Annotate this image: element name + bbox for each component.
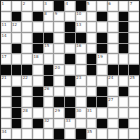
white-cell-5-9[interactable]: 19 — [97, 54, 107, 64]
black-cell-6-0 — [1, 65, 11, 75]
clue-number-24: 24 — [108, 75, 113, 80]
black-cell-3-7 — [76, 33, 86, 43]
white-cell-3-2[interactable] — [22, 33, 32, 43]
white-cell-6-7[interactable] — [76, 65, 86, 75]
white-cell-8-0[interactable] — [1, 87, 11, 97]
clue-number-33: 33 — [66, 118, 71, 123]
white-cell-8-5[interactable] — [54, 87, 64, 97]
black-cell-0-5 — [54, 1, 64, 11]
black-cell-6-2 — [22, 65, 32, 75]
white-cell-3-10[interactable] — [108, 33, 118, 43]
black-cell-4-3 — [33, 44, 43, 54]
white-cell-2-7[interactable]: 13 — [76, 22, 86, 32]
black-cell-0-7 — [76, 1, 86, 11]
black-cell-8-9 — [97, 87, 107, 97]
white-cell-4-8[interactable] — [87, 44, 97, 54]
black-cell-4-9 — [97, 44, 107, 54]
white-cell-0-12[interactable]: 7 — [129, 1, 139, 11]
black-cell-10-6 — [65, 108, 75, 118]
white-cell-5-7[interactable] — [76, 54, 86, 64]
black-cell-9-1 — [12, 97, 22, 107]
white-cell-2-5[interactable] — [54, 22, 64, 32]
black-cell-10-1 — [12, 108, 22, 118]
black-cell-4-11 — [119, 44, 129, 54]
black-cell-2-11 — [119, 22, 129, 32]
clue-number-6: 6 — [108, 1, 111, 6]
white-cell-6-5[interactable]: 20 — [54, 65, 64, 75]
clue-number-29: 29 — [55, 108, 60, 113]
black-cell-7-6 — [65, 76, 75, 86]
black-cell-1-3 — [33, 12, 43, 22]
white-cell-12-4[interactable] — [44, 129, 54, 139]
white-cell-9-10[interactable]: 27 — [108, 97, 118, 107]
clue-number-20: 20 — [55, 65, 60, 70]
white-cell-1-5[interactable]: 9 — [54, 12, 64, 22]
black-cell-9-9 — [97, 97, 107, 107]
clue-number-12: 12 — [12, 22, 17, 27]
white-cell-9-7[interactable] — [76, 97, 86, 107]
white-cell-9-4[interactable] — [44, 97, 54, 107]
white-cell-0-1[interactable] — [12, 1, 22, 11]
white-cell-11-5[interactable] — [54, 119, 64, 129]
white-cell-6-6[interactable] — [65, 65, 75, 75]
crossword-board: 1234567891011121314151617181920212223242… — [0, 0, 140, 140]
white-cell-3-12[interactable] — [129, 33, 139, 43]
clue-number-27: 27 — [108, 97, 113, 102]
white-cell-1-6[interactable] — [65, 12, 75, 22]
white-cell-5-1[interactable] — [12, 54, 22, 64]
white-cell-10-11[interactable] — [119, 108, 129, 118]
clue-number-35: 35 — [87, 129, 92, 134]
white-cell-10-4[interactable] — [44, 108, 54, 118]
white-cell-2-4[interactable] — [44, 22, 54, 32]
white-cell-7-5[interactable] — [54, 76, 64, 86]
black-cell-3-9 — [97, 33, 107, 43]
white-cell-7-0[interactable]: 21 — [1, 76, 11, 86]
black-cell-5-6 — [65, 54, 75, 64]
white-cell-9-0[interactable] — [1, 97, 11, 107]
white-cell-11-4[interactable]: 32 — [44, 119, 54, 129]
clue-number-2: 2 — [23, 1, 26, 6]
white-cell-9-12[interactable] — [129, 97, 139, 107]
white-cell-6-3[interactable] — [33, 65, 43, 75]
black-cell-12-5 — [54, 129, 64, 139]
clue-number-34: 34 — [1, 129, 6, 134]
black-cell-8-11 — [119, 87, 129, 97]
clue-number-26: 26 — [44, 86, 49, 91]
white-cell-2-3[interactable] — [33, 22, 43, 32]
black-cell-9-6 — [65, 97, 75, 107]
white-cell-2-10[interactable] — [108, 22, 118, 32]
white-cell-11-6[interactable]: 33 — [65, 119, 75, 129]
white-cell-12-3[interactable] — [33, 129, 43, 139]
white-cell-0-10[interactable]: 6 — [108, 1, 118, 11]
white-cell-5-11[interactable] — [119, 54, 129, 64]
white-cell-5-2[interactable] — [22, 54, 32, 64]
white-cell-1-4[interactable]: 8 — [44, 12, 54, 22]
white-cell-4-5[interactable] — [54, 44, 64, 54]
white-cell-8-4[interactable]: 26 — [44, 87, 54, 97]
white-cell-5-12[interactable] — [129, 54, 139, 64]
white-cell-7-2[interactable]: 22 — [22, 76, 32, 86]
black-cell-8-3 — [33, 87, 43, 97]
black-cell-7-4 — [44, 76, 54, 86]
white-cell-7-8[interactable] — [87, 76, 97, 86]
white-cell-0-0[interactable]: 1 — [1, 1, 11, 11]
black-cell-3-4 — [44, 33, 54, 43]
white-cell-12-9[interactable] — [97, 129, 107, 139]
white-cell-1-12[interactable] — [129, 12, 139, 22]
white-cell-2-2[interactable] — [22, 22, 32, 32]
crossword-puzzle: 1234567891011121314151617181920212223242… — [0, 0, 140, 140]
white-cell-1-2[interactable] — [22, 12, 32, 22]
black-cell-2-6 — [65, 22, 75, 32]
clue-number-23: 23 — [76, 75, 81, 80]
black-cell-6-4 — [44, 65, 54, 75]
white-cell-4-4[interactable]: 15 — [44, 44, 54, 54]
white-cell-2-8[interactable] — [87, 22, 97, 32]
clue-number-14: 14 — [1, 33, 6, 38]
black-cell-3-11 — [119, 33, 129, 43]
white-cell-1-8[interactable] — [87, 12, 97, 22]
white-cell-1-7[interactable]: 10 — [76, 12, 86, 22]
white-cell-2-12[interactable] — [129, 22, 139, 32]
black-cell-8-1 — [12, 87, 22, 97]
black-cell-9-8 — [87, 97, 97, 107]
black-cell-6-8 — [87, 65, 97, 75]
black-cell-4-1 — [12, 44, 22, 54]
white-cell-8-10[interactable] — [108, 87, 118, 97]
white-cell-2-1[interactable]: 12 — [12, 22, 22, 32]
black-cell-11-3 — [33, 119, 43, 129]
clue-number-32: 32 — [44, 118, 49, 123]
white-cell-11-8[interactable] — [87, 119, 97, 129]
black-cell-1-9 — [97, 12, 107, 22]
white-cell-12-12[interactable] — [129, 129, 139, 139]
white-cell-7-1[interactable] — [12, 76, 22, 86]
white-cell-12-0[interactable]: 34 — [1, 129, 11, 139]
white-cell-0-3[interactable] — [33, 1, 43, 11]
black-cell-5-8 — [87, 54, 97, 64]
white-cell-7-12[interactable]: 25 — [129, 76, 139, 86]
white-cell-4-0[interactable] — [1, 44, 11, 54]
white-cell-11-0[interactable] — [1, 119, 11, 129]
white-cell-3-1[interactable] — [12, 33, 22, 43]
white-cell-5-3[interactable]: 18 — [33, 54, 43, 64]
white-cell-11-10[interactable] — [108, 119, 118, 129]
white-cell-12-2[interactable] — [22, 129, 32, 139]
white-cell-1-10[interactable] — [108, 12, 118, 22]
white-cell-12-8[interactable]: 35 — [87, 129, 97, 139]
white-cell-7-10[interactable]: 24 — [108, 76, 118, 86]
white-cell-7-11[interactable] — [119, 76, 129, 86]
clue-number-21: 21 — [1, 75, 6, 80]
clue-number-17: 17 — [1, 54, 6, 59]
black-cell-6-11 — [119, 65, 129, 75]
white-cell-8-12[interactable] — [129, 87, 139, 97]
black-cell-3-3 — [33, 33, 43, 43]
white-cell-0-6[interactable]: 4 — [65, 1, 75, 11]
white-cell-10-12[interactable] — [129, 108, 139, 118]
white-cell-11-12[interactable] — [129, 119, 139, 129]
white-cell-5-4[interactable] — [44, 54, 54, 64]
clue-number-18: 18 — [33, 54, 38, 59]
white-cell-4-10[interactable] — [108, 44, 118, 54]
black-cell-3-6 — [65, 33, 75, 43]
white-cell-6-9[interactable] — [97, 65, 107, 75]
clue-number-9: 9 — [55, 11, 58, 16]
white-cell-0-8[interactable]: 5 — [87, 1, 97, 11]
white-cell-3-0[interactable]: 14 — [1, 33, 11, 43]
black-cell-1-11 — [119, 12, 129, 22]
white-cell-9-2[interactable] — [22, 97, 32, 107]
clue-number-11: 11 — [1, 22, 6, 27]
clue-number-8: 8 — [44, 11, 47, 16]
clue-number-25: 25 — [130, 75, 135, 80]
white-cell-0-4[interactable]: 3 — [44, 1, 54, 11]
clue-number-15: 15 — [44, 43, 49, 48]
white-cell-10-5[interactable]: 29 — [54, 108, 64, 118]
white-cell-5-0[interactable]: 17 — [1, 54, 11, 64]
white-cell-10-8[interactable]: 31 — [87, 108, 97, 118]
white-cell-0-9[interactable] — [97, 1, 107, 11]
white-cell-4-6[interactable] — [65, 44, 75, 54]
white-cell-1-0[interactable] — [1, 12, 11, 22]
white-cell-12-11[interactable] — [119, 129, 129, 139]
clue-number-30: 30 — [76, 108, 81, 113]
clue-number-5: 5 — [87, 1, 90, 6]
white-cell-9-11[interactable] — [119, 97, 129, 107]
clue-number-22: 22 — [23, 75, 28, 80]
white-cell-10-9[interactable] — [97, 108, 107, 118]
clue-number-4: 4 — [66, 1, 69, 6]
white-cell-0-2[interactable]: 2 — [22, 1, 32, 11]
clue-number-1: 1 — [1, 1, 4, 6]
white-cell-12-1[interactable] — [12, 129, 22, 139]
white-cell-11-7[interactable] — [76, 119, 86, 129]
white-cell-10-10[interactable] — [108, 108, 118, 118]
white-cell-3-8[interactable] — [87, 33, 97, 43]
black-cell-11-9 — [97, 119, 107, 129]
black-cell-9-3 — [33, 97, 43, 107]
white-cell-2-0[interactable]: 11 — [1, 22, 11, 32]
white-cell-5-10[interactable] — [108, 54, 118, 64]
black-cell-12-7 — [76, 129, 86, 139]
white-cell-7-9[interactable] — [97, 76, 107, 86]
white-cell-8-7[interactable] — [76, 87, 86, 97]
white-cell-10-2[interactable]: 28 — [22, 108, 32, 118]
white-cell-12-10[interactable] — [108, 129, 118, 139]
clue-number-28: 28 — [23, 108, 28, 113]
black-cell-6-10 — [108, 65, 118, 75]
clue-number-10: 10 — [76, 11, 81, 16]
white-cell-11-2[interactable] — [22, 119, 32, 129]
white-cell-4-7[interactable]: 16 — [76, 44, 86, 54]
white-cell-10-0[interactable] — [1, 108, 11, 118]
white-cell-0-11[interactable] — [119, 1, 129, 11]
white-cell-4-2[interactable] — [22, 44, 32, 54]
white-cell-10-7[interactable]: 30 — [76, 108, 86, 118]
white-cell-5-5[interactable] — [54, 54, 64, 64]
black-cell-1-1 — [12, 12, 22, 22]
white-cell-7-7[interactable]: 23 — [76, 76, 86, 86]
white-cell-8-6[interactable] — [65, 87, 75, 97]
clue-number-16: 16 — [76, 43, 81, 48]
black-cell-9-5 — [54, 97, 64, 107]
white-cell-4-12[interactable] — [129, 44, 139, 54]
black-cell-6-12 — [129, 65, 139, 75]
white-cell-8-2[interactable] — [22, 87, 32, 97]
clue-number-7: 7 — [130, 1, 133, 6]
black-cell-6-1 — [12, 65, 22, 75]
white-cell-2-9[interactable] — [97, 22, 107, 32]
white-cell-3-5[interactable] — [54, 33, 64, 43]
white-cell-10-3[interactable] — [33, 108, 43, 118]
clue-number-3: 3 — [44, 1, 47, 6]
black-cell-11-11 — [119, 119, 129, 129]
clue-number-31: 31 — [87, 108, 92, 113]
clue-number-19: 19 — [98, 54, 103, 59]
white-cell-7-3[interactable] — [33, 76, 43, 86]
black-cell-11-1 — [12, 119, 22, 129]
clue-number-13: 13 — [76, 22, 81, 27]
white-cell-12-6[interactable] — [65, 129, 75, 139]
white-cell-8-8[interactable] — [87, 87, 97, 97]
